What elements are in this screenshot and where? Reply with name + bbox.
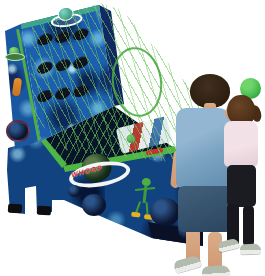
boy-shoe — [202, 265, 231, 276]
girl-shoe — [217, 238, 240, 253]
planet-art — [6, 120, 30, 142]
girl-shirt — [224, 121, 258, 167]
cabinet-foot-right — [37, 206, 52, 216]
alien-saucer-art-icon — [5, 47, 23, 61]
boy-shoe — [173, 255, 202, 274]
cabinet-foot-left — [8, 204, 23, 214]
girl-leggings — [227, 165, 256, 207]
planet-art — [68, 185, 81, 197]
product-photo-space-toss-game: WHOOP — [0, 0, 265, 276]
girl-shoe — [240, 244, 261, 255]
girl-player — [218, 78, 265, 258]
planet-art — [82, 194, 106, 216]
